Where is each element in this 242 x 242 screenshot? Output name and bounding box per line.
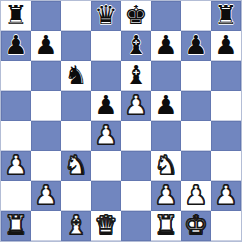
white-rook-a1[interactable]: ♜ (4, 212, 27, 238)
square-a2[interactable] (1, 181, 31, 211)
square-e4[interactable] (121, 121, 151, 151)
black-pawn-b7[interactable]: ♟ (34, 32, 57, 58)
square-h6[interactable] (211, 61, 241, 91)
square-b6[interactable] (31, 61, 61, 91)
square-f2[interactable]: ♟ (151, 181, 181, 211)
black-pawn-a7[interactable]: ♟ (4, 32, 27, 58)
square-a6[interactable] (1, 61, 31, 91)
black-pawn-d5[interactable]: ♟ (94, 92, 117, 118)
square-f6[interactable] (151, 61, 181, 91)
square-c8[interactable] (61, 1, 91, 31)
square-h5[interactable] (211, 91, 241, 121)
square-c2[interactable] (61, 181, 91, 211)
square-h8[interactable]: ♜ (211, 1, 241, 31)
square-h3[interactable] (211, 151, 241, 181)
square-c5[interactable] (61, 91, 91, 121)
square-a4[interactable] (1, 121, 31, 151)
square-b8[interactable] (31, 1, 61, 31)
white-pawn-h2[interactable]: ♟ (214, 182, 237, 208)
square-b3[interactable] (31, 151, 61, 181)
square-e1[interactable] (121, 211, 151, 241)
square-d3[interactable] (91, 151, 121, 181)
square-e7[interactable]: ♝ (121, 31, 151, 61)
white-queen-d1[interactable]: ♛ (94, 212, 117, 238)
white-rook-f1[interactable]: ♜ (154, 212, 177, 238)
white-pawn-g2[interactable]: ♟ (184, 182, 207, 208)
white-pawn-d4[interactable]: ♟ (94, 122, 117, 148)
black-pawn-h7[interactable]: ♟ (214, 32, 237, 58)
white-knight-f3[interactable]: ♞ (154, 152, 177, 178)
square-c4[interactable] (61, 121, 91, 151)
white-king-g1[interactable]: ♚ (184, 212, 207, 238)
black-king-e8[interactable]: ♚ (124, 2, 147, 28)
square-e5[interactable]: ♟ (121, 91, 151, 121)
square-g1[interactable]: ♚ (181, 211, 211, 241)
square-a5[interactable] (1, 91, 31, 121)
square-d6[interactable] (91, 61, 121, 91)
square-e3[interactable] (121, 151, 151, 181)
square-h7[interactable]: ♟ (211, 31, 241, 61)
square-g8[interactable] (181, 1, 211, 31)
square-b4[interactable] (31, 121, 61, 151)
chess-board-container: ♜♛♚♜♟♟♝♟♟♟♞♝♟♟♟♟♟♞♞♟♟♟♟♜♝♛♜♚ (0, 0, 242, 242)
black-bishop-e7[interactable]: ♝ (124, 32, 147, 58)
square-d2[interactable] (91, 181, 121, 211)
square-c7[interactable] (61, 31, 91, 61)
black-queen-d8[interactable]: ♛ (94, 2, 117, 28)
square-b2[interactable]: ♟ (31, 181, 61, 211)
black-rook-a8[interactable]: ♜ (4, 2, 27, 28)
square-a3[interactable]: ♟ (1, 151, 31, 181)
square-f8[interactable] (151, 1, 181, 31)
chess-board: ♜♛♚♜♟♟♝♟♟♟♞♝♟♟♟♟♟♞♞♟♟♟♟♜♝♛♜♚ (0, 0, 242, 242)
square-c6[interactable]: ♞ (61, 61, 91, 91)
square-c3[interactable]: ♞ (61, 151, 91, 181)
square-g2[interactable]: ♟ (181, 181, 211, 211)
black-bishop-e6[interactable]: ♝ (124, 62, 147, 88)
square-c1[interactable]: ♝ (61, 211, 91, 241)
square-f3[interactable]: ♞ (151, 151, 181, 181)
white-pawn-f2[interactable]: ♟ (154, 182, 177, 208)
square-a8[interactable]: ♜ (1, 1, 31, 31)
white-knight-c3[interactable]: ♞ (64, 152, 87, 178)
square-g7[interactable]: ♟ (181, 31, 211, 61)
black-pawn-f5[interactable]: ♟ (154, 92, 177, 118)
black-pawn-f7[interactable]: ♟ (154, 32, 177, 58)
square-d4[interactable]: ♟ (91, 121, 121, 151)
square-e8[interactable]: ♚ (121, 1, 151, 31)
square-f4[interactable] (151, 121, 181, 151)
square-g4[interactable] (181, 121, 211, 151)
square-d7[interactable] (91, 31, 121, 61)
square-e2[interactable] (121, 181, 151, 211)
square-a1[interactable]: ♜ (1, 211, 31, 241)
square-h4[interactable] (211, 121, 241, 151)
black-rook-h8[interactable]: ♜ (214, 2, 237, 28)
white-pawn-a3[interactable]: ♟ (4, 152, 27, 178)
square-h1[interactable] (211, 211, 241, 241)
square-b5[interactable] (31, 91, 61, 121)
square-g3[interactable] (181, 151, 211, 181)
square-f5[interactable]: ♟ (151, 91, 181, 121)
square-b7[interactable]: ♟ (31, 31, 61, 61)
white-pawn-b2[interactable]: ♟ (34, 182, 57, 208)
square-h2[interactable]: ♟ (211, 181, 241, 211)
square-d8[interactable]: ♛ (91, 1, 121, 31)
square-g6[interactable] (181, 61, 211, 91)
square-f7[interactable]: ♟ (151, 31, 181, 61)
square-f1[interactable]: ♜ (151, 211, 181, 241)
square-d1[interactable]: ♛ (91, 211, 121, 241)
square-a7[interactable]: ♟ (1, 31, 31, 61)
square-e6[interactable]: ♝ (121, 61, 151, 91)
black-knight-c6[interactable]: ♞ (64, 62, 87, 88)
black-pawn-g7[interactable]: ♟ (184, 32, 207, 58)
square-g5[interactable] (181, 91, 211, 121)
white-bishop-c1[interactable]: ♝ (64, 212, 87, 238)
square-d5[interactable]: ♟ (91, 91, 121, 121)
square-b1[interactable] (31, 211, 61, 241)
white-pawn-e5[interactable]: ♟ (124, 92, 147, 118)
